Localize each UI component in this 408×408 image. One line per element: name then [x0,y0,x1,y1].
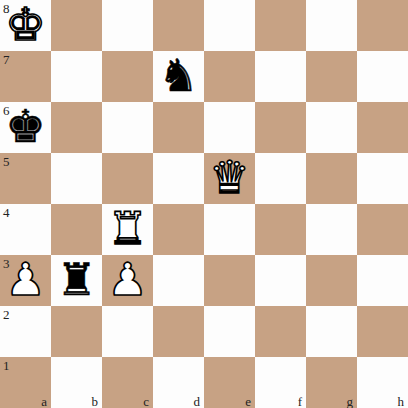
square-a5[interactable] [0,153,51,204]
square-b1[interactable] [51,357,102,408]
square-d2[interactable] [153,306,204,357]
square-b8[interactable] [51,0,102,51]
chess-board: ♚♞♚♛♜♟♜♟ 87654321abcdefgh [0,0,408,408]
square-b5[interactable] [51,153,102,204]
square-a2[interactable] [0,306,51,357]
square-f1[interactable] [255,357,306,408]
square-c2[interactable] [102,306,153,357]
square-g7[interactable] [306,51,357,102]
square-c4[interactable]: ♜ [102,204,153,255]
square-f3[interactable] [255,255,306,306]
piece-black-rook[interactable]: ♜ [56,255,96,305]
square-c7[interactable] [102,51,153,102]
square-c5[interactable] [102,153,153,204]
square-e2[interactable] [204,306,255,357]
square-g6[interactable] [306,102,357,153]
square-e5[interactable]: ♛ [204,153,255,204]
square-h7[interactable] [357,51,408,102]
square-a4[interactable] [0,204,51,255]
square-g5[interactable] [306,153,357,204]
square-h5[interactable] [357,153,408,204]
square-d5[interactable] [153,153,204,204]
square-b3[interactable]: ♜ [51,255,102,306]
square-a1[interactable] [0,357,51,408]
square-d6[interactable] [153,102,204,153]
square-c8[interactable] [102,0,153,51]
square-e4[interactable] [204,204,255,255]
square-f8[interactable] [255,0,306,51]
square-d3[interactable] [153,255,204,306]
piece-white-pawn[interactable]: ♟ [5,255,45,305]
square-g4[interactable] [306,204,357,255]
square-e7[interactable] [204,51,255,102]
board-grid: ♚♞♚♛♜♟♜♟ [0,0,408,408]
square-d1[interactable] [153,357,204,408]
square-e6[interactable] [204,102,255,153]
square-h1[interactable] [357,357,408,408]
square-a8[interactable]: ♚ [0,0,51,51]
square-e3[interactable] [204,255,255,306]
square-b4[interactable] [51,204,102,255]
square-g3[interactable] [306,255,357,306]
square-b2[interactable] [51,306,102,357]
square-h6[interactable] [357,102,408,153]
piece-white-pawn[interactable]: ♟ [107,255,147,305]
square-d8[interactable] [153,0,204,51]
piece-white-queen[interactable]: ♛ [209,153,249,203]
square-d7[interactable]: ♞ [153,51,204,102]
square-b7[interactable] [51,51,102,102]
square-f7[interactable] [255,51,306,102]
square-c3[interactable]: ♟ [102,255,153,306]
square-e1[interactable] [204,357,255,408]
square-f5[interactable] [255,153,306,204]
square-h3[interactable] [357,255,408,306]
piece-white-rook[interactable]: ♜ [107,204,147,254]
square-g2[interactable] [306,306,357,357]
square-b6[interactable] [51,102,102,153]
square-c1[interactable] [102,357,153,408]
piece-white-king[interactable]: ♚ [5,0,45,50]
square-g8[interactable] [306,0,357,51]
square-f2[interactable] [255,306,306,357]
square-c6[interactable] [102,102,153,153]
square-d4[interactable] [153,204,204,255]
square-h4[interactable] [357,204,408,255]
square-a6[interactable]: ♚ [0,102,51,153]
square-g1[interactable] [306,357,357,408]
square-f4[interactable] [255,204,306,255]
piece-black-knight[interactable]: ♞ [158,51,198,101]
square-h2[interactable] [357,306,408,357]
piece-black-king[interactable]: ♚ [5,102,45,152]
square-a3[interactable]: ♟ [0,255,51,306]
square-f6[interactable] [255,102,306,153]
square-h8[interactable] [357,0,408,51]
square-e8[interactable] [204,0,255,51]
square-a7[interactable] [0,51,51,102]
